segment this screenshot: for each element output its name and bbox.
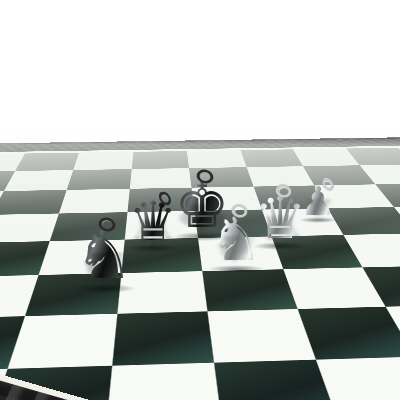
square-d1 xyxy=(105,362,223,400)
square-d8 xyxy=(131,151,189,169)
square-b8 xyxy=(15,153,79,171)
piece-reflection: ♞ xyxy=(205,231,268,267)
piece-black-knight-c3: ♞♞ xyxy=(70,223,139,289)
square-b6 xyxy=(0,190,67,215)
piece-white-knight-e4: ♞♞ xyxy=(205,209,268,269)
square-c6 xyxy=(59,189,129,214)
chess-set-photo: ♞♞♛♛♚♚♞♞♛♛♟♟ xyxy=(0,0,400,400)
square-f1 xyxy=(315,356,400,400)
square-c8 xyxy=(73,152,133,170)
square-c7 xyxy=(67,169,132,190)
piece-reflection: ♞ xyxy=(70,247,139,287)
square-d2 xyxy=(112,311,214,365)
square-f2 xyxy=(297,307,400,360)
square-f8 xyxy=(240,149,303,167)
square-e8 xyxy=(187,150,246,168)
square-c2 xyxy=(8,314,117,369)
square-e3 xyxy=(202,269,297,311)
square-b7 xyxy=(3,170,73,191)
